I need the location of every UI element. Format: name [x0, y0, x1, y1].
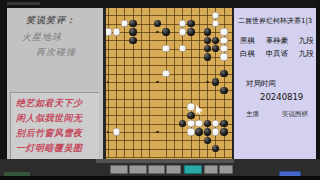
stone-white[interactable] — [187, 128, 194, 135]
stone-black[interactable] — [212, 145, 219, 152]
stone-white[interactable] — [179, 20, 186, 27]
game-info-panel: 二届世界烂柯杯决赛1|3 黑棋 辜梓豪 九段 白棋 申真谞 九段 对局时间 20… — [232, 8, 318, 161]
toolbar-button-teal[interactable] — [184, 165, 202, 174]
black-player-row: 黑棋 辜梓豪 九段 — [240, 36, 314, 46]
host-row: 主播 笑说围棋 — [246, 110, 308, 119]
poem-line-4: 一灯明暗覆吴图 — [16, 142, 83, 155]
go-broadcast-window: 笑说笑评： 火星地球 再次碰撞 绝艺如君天下少 闲人似我世间无 别后竹窗风雪夜 … — [0, 0, 320, 180]
stone-black[interactable] — [220, 120, 227, 127]
stone-black[interactable] — [187, 28, 194, 35]
stone-white[interactable] — [187, 103, 194, 110]
stone-white[interactable] — [113, 28, 120, 35]
stone-white[interactable] — [220, 37, 227, 44]
stone-black[interactable] — [220, 70, 227, 77]
stone-white[interactable] — [212, 128, 219, 135]
stone-white[interactable] — [195, 120, 202, 127]
stone-black[interactable] — [187, 112, 194, 119]
stone-black[interactable] — [195, 128, 202, 135]
stone-black[interactable] — [212, 37, 219, 44]
stone-black[interactable] — [204, 128, 211, 135]
white-player-rank: 九段 — [299, 49, 314, 59]
stone-white[interactable] — [220, 28, 227, 35]
toolbar-band — [96, 159, 234, 163]
stone-white[interactable] — [212, 12, 219, 19]
poem-line-3: 别后竹窗风雪夜 — [16, 127, 83, 140]
toolbar-button-6[interactable] — [219, 165, 233, 174]
toolbar-button-4[interactable] — [166, 165, 181, 174]
stone-black[interactable] — [187, 20, 194, 27]
stone-white[interactable] — [212, 20, 219, 27]
stone-white[interactable] — [220, 53, 227, 60]
white-player-name: 申真谞 — [266, 49, 289, 59]
stone-black[interactable] — [204, 37, 211, 44]
toolbar-button-5[interactable] — [204, 165, 218, 174]
event-title: 二届世界烂柯杯决赛1|3 — [238, 16, 316, 26]
window-frame-right — [316, 0, 320, 180]
poem-panel: 绝艺如君天下少 闲人似我世间无 别后竹窗风雪夜 一灯明暗覆吴图 — [10, 92, 99, 161]
stone-white[interactable] — [179, 28, 186, 35]
stone-black[interactable] — [204, 53, 211, 60]
stone-white[interactable] — [162, 45, 169, 52]
stone-white[interactable] — [212, 120, 219, 127]
stone-black[interactable] — [204, 137, 211, 144]
commentary-title: 笑说笑评： — [26, 14, 76, 27]
stone-black[interactable] — [204, 120, 211, 127]
white-player-row: 白棋 申真谞 九段 — [240, 49, 314, 59]
toolbar-button-3[interactable] — [148, 165, 165, 174]
black-label: 黑棋 — [240, 36, 255, 46]
stone-black[interactable] — [154, 20, 161, 27]
commentary-panel: 笑说笑评： 火星地球 再次碰撞 绝艺如君天下少 闲人似我世间无 别后竹窗风雪夜 … — [7, 8, 106, 164]
commentary-line-1: 火星地球 — [22, 31, 62, 44]
game-time-label: 对局时间 — [246, 79, 276, 89]
poem-line-2: 闲人似我世间无 — [16, 112, 83, 125]
stone-white[interactable] — [121, 20, 128, 27]
bottom-toolbar — [0, 159, 320, 176]
stone-white[interactable] — [179, 45, 186, 52]
stone-white[interactable] — [187, 120, 194, 127]
window-titlebar[interactable] — [0, 0, 320, 8]
stone-black[interactable] — [204, 45, 211, 52]
stone-black[interactable] — [129, 37, 136, 44]
window-frame-left — [0, 0, 7, 180]
black-player-rank: 九段 — [299, 36, 314, 46]
stone-black[interactable] — [220, 128, 227, 135]
black-player-name: 辜梓豪 — [266, 36, 289, 46]
stone-black[interactable] — [220, 87, 227, 94]
toolbar-button-2[interactable] — [129, 165, 147, 174]
stone-black[interactable] — [129, 28, 136, 35]
stone-black[interactable] — [212, 45, 219, 52]
stone-black[interactable] — [212, 78, 219, 85]
poem-line-1: 绝艺如君天下少 — [16, 97, 83, 110]
stone-black[interactable] — [129, 20, 136, 27]
stone-white[interactable] — [113, 128, 120, 135]
host-name: 笑说围棋 — [282, 110, 308, 119]
stone-white[interactable] — [162, 70, 169, 77]
commentary-line-2: 再次碰撞 — [36, 46, 76, 59]
stone-black[interactable] — [204, 28, 211, 35]
game-date: 20240819 — [260, 92, 303, 102]
titlebar-text-smudge — [6, 2, 40, 5]
white-label: 白棋 — [240, 49, 255, 59]
host-label: 主播 — [246, 110, 259, 119]
window-frame-bottom — [0, 176, 320, 180]
toolbar-button-1[interactable] — [110, 165, 128, 174]
stone-black[interactable] — [179, 120, 186, 127]
stone-white[interactable] — [220, 45, 227, 52]
stone-black[interactable] — [162, 28, 169, 35]
